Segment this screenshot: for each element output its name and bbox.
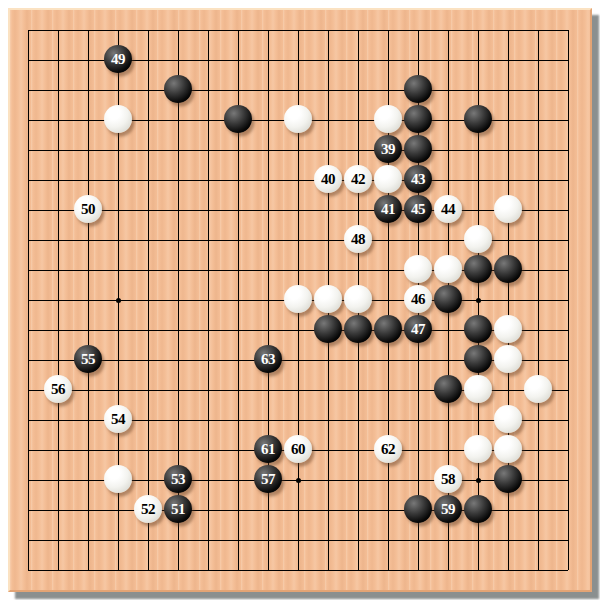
board-point[interactable] xyxy=(553,555,583,585)
board-point[interactable] xyxy=(103,225,133,255)
stone-black[interactable]: 55 xyxy=(74,345,102,373)
board-point[interactable] xyxy=(43,45,73,75)
board-point[interactable] xyxy=(403,345,433,375)
board-point[interactable] xyxy=(43,105,73,135)
stone-black[interactable]: 57 xyxy=(254,465,282,493)
board-point[interactable] xyxy=(313,75,343,105)
board-point[interactable] xyxy=(493,375,523,405)
board-point[interactable] xyxy=(73,105,103,135)
board-point[interactable] xyxy=(133,285,163,315)
board-point[interactable] xyxy=(13,135,43,165)
board-point[interactable] xyxy=(193,555,223,585)
stone-white[interactable] xyxy=(374,165,402,193)
board-point[interactable] xyxy=(313,225,343,255)
board-point[interactable] xyxy=(463,105,493,135)
board-point[interactable] xyxy=(223,225,253,255)
board-point[interactable] xyxy=(433,75,463,105)
stone-white[interactable]: 46 xyxy=(404,285,432,313)
board-point[interactable] xyxy=(403,225,433,255)
stone-black[interactable]: 61 xyxy=(254,435,282,463)
board-point[interactable] xyxy=(223,285,253,315)
board-point[interactable]: 43 xyxy=(403,165,433,195)
board-point[interactable] xyxy=(43,195,73,225)
board-point[interactable] xyxy=(223,405,253,435)
board-point[interactable] xyxy=(463,465,493,495)
board-point[interactable] xyxy=(133,465,163,495)
stone-black[interactable] xyxy=(374,315,402,343)
board-point[interactable] xyxy=(433,15,463,45)
board-point[interactable]: 60 xyxy=(283,435,313,465)
board-point[interactable] xyxy=(313,375,343,405)
board-point[interactable] xyxy=(523,525,553,555)
board-point[interactable] xyxy=(553,435,583,465)
board-point[interactable] xyxy=(403,405,433,435)
board-point[interactable] xyxy=(103,525,133,555)
board-point[interactable] xyxy=(373,165,403,195)
board-point[interactable] xyxy=(103,435,133,465)
board-point[interactable] xyxy=(463,255,493,285)
stone-white[interactable] xyxy=(374,105,402,133)
board-point[interactable] xyxy=(373,315,403,345)
stone-black[interactable] xyxy=(434,285,462,313)
board-point[interactable] xyxy=(43,255,73,285)
stone-white[interactable]: 56 xyxy=(44,375,72,403)
board-point[interactable] xyxy=(343,525,373,555)
board-point[interactable] xyxy=(463,75,493,105)
board-point[interactable] xyxy=(73,135,103,165)
stone-black[interactable]: 51 xyxy=(164,495,192,523)
board-point[interactable] xyxy=(343,315,373,345)
board-point[interactable] xyxy=(13,405,43,435)
board-point[interactable] xyxy=(163,285,193,315)
board-point[interactable] xyxy=(73,45,103,75)
board-point[interactable] xyxy=(553,285,583,315)
board-point[interactable] xyxy=(43,435,73,465)
board-point[interactable] xyxy=(163,195,193,225)
board-point[interactable] xyxy=(73,405,103,435)
stone-white[interactable]: 52 xyxy=(134,495,162,523)
board-point[interactable] xyxy=(103,75,133,105)
stone-black[interactable] xyxy=(404,495,432,523)
board-point[interactable] xyxy=(463,345,493,375)
stone-white[interactable] xyxy=(344,285,372,313)
stone-white[interactable]: 48 xyxy=(344,225,372,253)
board-point[interactable] xyxy=(73,555,103,585)
stone-black[interactable]: 43 xyxy=(404,165,432,193)
stone-white[interactable] xyxy=(494,195,522,223)
board-point[interactable] xyxy=(283,495,313,525)
board-point[interactable] xyxy=(553,45,583,75)
board-point[interactable] xyxy=(523,495,553,525)
board-point[interactable] xyxy=(253,15,283,45)
board-point[interactable] xyxy=(133,375,163,405)
board-point[interactable] xyxy=(313,255,343,285)
board-point[interactable] xyxy=(493,555,523,585)
board-point[interactable] xyxy=(43,465,73,495)
board-point[interactable]: 42 xyxy=(343,165,373,195)
board-point[interactable] xyxy=(163,255,193,285)
board-point[interactable]: 41 xyxy=(373,195,403,225)
board-point[interactable] xyxy=(253,405,283,435)
board-point[interactable] xyxy=(553,105,583,135)
board-point[interactable] xyxy=(73,495,103,525)
board-point[interactable] xyxy=(343,285,373,315)
board-point[interactable]: 49 xyxy=(103,45,133,75)
board-point[interactable] xyxy=(43,225,73,255)
board-point[interactable]: 57 xyxy=(253,465,283,495)
board-point[interactable] xyxy=(43,75,73,105)
board-point[interactable] xyxy=(283,45,313,75)
board-point[interactable] xyxy=(523,165,553,195)
board-point[interactable] xyxy=(313,555,343,585)
board-point[interactable] xyxy=(253,105,283,135)
stone-white[interactable] xyxy=(434,255,462,283)
board-point[interactable] xyxy=(43,285,73,315)
board-point[interactable] xyxy=(373,345,403,375)
board-point[interactable] xyxy=(223,105,253,135)
board-point[interactable] xyxy=(523,465,553,495)
board-point[interactable] xyxy=(343,15,373,45)
board-point[interactable] xyxy=(433,525,463,555)
stone-black[interactable]: 59 xyxy=(434,495,462,523)
board-point[interactable] xyxy=(463,525,493,555)
board-point[interactable] xyxy=(103,555,133,585)
board-point[interactable] xyxy=(133,45,163,75)
board-point[interactable] xyxy=(433,405,463,435)
board-point[interactable] xyxy=(493,345,523,375)
board-point[interactable] xyxy=(343,435,373,465)
board-point[interactable] xyxy=(223,495,253,525)
board-point[interactable] xyxy=(313,135,343,165)
board-point[interactable]: 54 xyxy=(103,405,133,435)
board-point[interactable] xyxy=(493,495,523,525)
stone-white[interactable] xyxy=(524,375,552,403)
board-point[interactable]: 56 xyxy=(43,375,73,405)
board-point[interactable] xyxy=(73,525,103,555)
board-point[interactable] xyxy=(253,195,283,225)
board-point[interactable] xyxy=(433,135,463,165)
board-point[interactable] xyxy=(253,285,283,315)
board-point[interactable] xyxy=(133,75,163,105)
board-point[interactable] xyxy=(13,105,43,135)
stone-white[interactable] xyxy=(314,285,342,313)
board-point[interactable] xyxy=(163,75,193,105)
board-point[interactable] xyxy=(433,45,463,75)
board-point[interactable] xyxy=(253,75,283,105)
board-point[interactable] xyxy=(223,165,253,195)
board-point[interactable] xyxy=(493,225,523,255)
board-point[interactable]: 62 xyxy=(373,435,403,465)
board-point[interactable] xyxy=(103,15,133,45)
board-point[interactable] xyxy=(163,555,193,585)
board-point[interactable] xyxy=(223,465,253,495)
board-point[interactable] xyxy=(463,285,493,315)
board-point[interactable] xyxy=(73,435,103,465)
board-point[interactable] xyxy=(163,225,193,255)
stone-white[interactable]: 60 xyxy=(284,435,312,463)
board-point[interactable]: 46 xyxy=(403,285,433,315)
board-point[interactable] xyxy=(313,495,343,525)
board-point[interactable] xyxy=(103,345,133,375)
board-point[interactable] xyxy=(73,255,103,285)
board-point[interactable] xyxy=(43,405,73,435)
board-point[interactable] xyxy=(223,345,253,375)
board-point[interactable] xyxy=(283,405,313,435)
board-point[interactable] xyxy=(403,45,433,75)
board-point[interactable] xyxy=(463,315,493,345)
board-point[interactable] xyxy=(73,375,103,405)
board-point[interactable] xyxy=(253,375,283,405)
board-point[interactable] xyxy=(523,75,553,105)
board-point[interactable] xyxy=(133,315,163,345)
board-point[interactable] xyxy=(133,255,163,285)
board-point[interactable] xyxy=(493,405,523,435)
stone-white[interactable] xyxy=(104,465,132,493)
board-point[interactable] xyxy=(463,135,493,165)
board-point[interactable] xyxy=(13,375,43,405)
board-point[interactable] xyxy=(253,135,283,165)
board-point[interactable] xyxy=(253,165,283,195)
board-point[interactable] xyxy=(433,225,463,255)
board-point[interactable] xyxy=(373,75,403,105)
board-point[interactable] xyxy=(133,555,163,585)
stone-white[interactable] xyxy=(464,435,492,463)
board-point[interactable] xyxy=(493,45,523,75)
board-point[interactable] xyxy=(373,105,403,135)
board-point[interactable] xyxy=(523,105,553,135)
stone-black[interactable]: 45 xyxy=(404,195,432,223)
board-point[interactable] xyxy=(103,375,133,405)
board-point[interactable] xyxy=(283,135,313,165)
board-point[interactable] xyxy=(223,45,253,75)
board-point[interactable] xyxy=(103,285,133,315)
board-point[interactable] xyxy=(283,315,313,345)
stone-white[interactable] xyxy=(494,345,522,373)
board-point[interactable] xyxy=(103,495,133,525)
board-point[interactable] xyxy=(223,315,253,345)
board-point[interactable] xyxy=(73,15,103,45)
board-point[interactable] xyxy=(373,285,403,315)
stone-white[interactable]: 62 xyxy=(374,435,402,463)
board-point[interactable] xyxy=(133,135,163,165)
board-point[interactable] xyxy=(463,195,493,225)
board-point[interactable] xyxy=(313,345,343,375)
board-point[interactable] xyxy=(43,525,73,555)
board-point[interactable] xyxy=(163,405,193,435)
board-point[interactable] xyxy=(523,405,553,435)
board-point[interactable] xyxy=(163,315,193,345)
board-point[interactable] xyxy=(103,105,133,135)
board-point[interactable] xyxy=(73,75,103,105)
board-point[interactable] xyxy=(163,435,193,465)
board-point[interactable] xyxy=(133,105,163,135)
board-point[interactable] xyxy=(493,75,523,105)
board-point[interactable] xyxy=(493,105,523,135)
board-point[interactable] xyxy=(133,15,163,45)
board-point[interactable] xyxy=(493,195,523,225)
board-point[interactable] xyxy=(523,285,553,315)
board-point[interactable] xyxy=(493,525,523,555)
board-point[interactable] xyxy=(193,45,223,75)
board-point[interactable] xyxy=(223,135,253,165)
board-point[interactable] xyxy=(553,75,583,105)
board-point[interactable] xyxy=(373,15,403,45)
board-point[interactable] xyxy=(103,135,133,165)
board-point[interactable] xyxy=(523,375,553,405)
board-point[interactable] xyxy=(103,165,133,195)
stone-black[interactable] xyxy=(434,375,462,403)
board-point[interactable] xyxy=(253,495,283,525)
stone-black[interactable]: 41 xyxy=(374,195,402,223)
board-point[interactable] xyxy=(343,465,373,495)
board-point[interactable] xyxy=(133,405,163,435)
board-point[interactable] xyxy=(193,225,223,255)
board-point[interactable] xyxy=(403,465,433,495)
board-point[interactable] xyxy=(463,435,493,465)
board-point[interactable] xyxy=(133,435,163,465)
stone-black[interactable] xyxy=(164,75,192,103)
board-point[interactable] xyxy=(43,495,73,525)
board-point[interactable] xyxy=(463,225,493,255)
board-point[interactable] xyxy=(13,315,43,345)
board-point[interactable] xyxy=(493,135,523,165)
board-point[interactable] xyxy=(343,345,373,375)
board-point[interactable] xyxy=(313,45,343,75)
board-point[interactable] xyxy=(373,405,403,435)
board-point[interactable] xyxy=(403,525,433,555)
board-point[interactable] xyxy=(313,435,343,465)
board-point[interactable] xyxy=(523,45,553,75)
board-point[interactable]: 61 xyxy=(253,435,283,465)
board-point[interactable] xyxy=(43,165,73,195)
board-point[interactable] xyxy=(133,195,163,225)
board-point[interactable] xyxy=(193,75,223,105)
board-point[interactable] xyxy=(433,555,463,585)
board-point[interactable] xyxy=(553,135,583,165)
stone-white[interactable]: 50 xyxy=(74,195,102,223)
board-point[interactable] xyxy=(403,375,433,405)
board-point[interactable] xyxy=(283,285,313,315)
board-point[interactable] xyxy=(463,375,493,405)
board-point[interactable] xyxy=(403,255,433,285)
board-point[interactable] xyxy=(553,255,583,285)
stone-white[interactable]: 42 xyxy=(344,165,372,193)
stone-black[interactable] xyxy=(464,345,492,373)
board-point[interactable] xyxy=(343,375,373,405)
board-point[interactable] xyxy=(193,375,223,405)
board-point[interactable] xyxy=(403,105,433,135)
stone-white[interactable]: 58 xyxy=(434,465,462,493)
board-point[interactable] xyxy=(373,375,403,405)
board-point[interactable] xyxy=(163,165,193,195)
board-point[interactable] xyxy=(223,375,253,405)
board-point[interactable] xyxy=(103,255,133,285)
stone-white[interactable] xyxy=(494,435,522,463)
board-point[interactable]: 44 xyxy=(433,195,463,225)
board-point[interactable] xyxy=(73,225,103,255)
board-point[interactable] xyxy=(373,465,403,495)
stone-black[interactable] xyxy=(494,255,522,283)
board-point[interactable] xyxy=(283,345,313,375)
board-point[interactable] xyxy=(163,105,193,135)
board-point[interactable] xyxy=(553,375,583,405)
board-point[interactable] xyxy=(223,75,253,105)
board-point[interactable] xyxy=(553,345,583,375)
stone-black[interactable] xyxy=(404,105,432,133)
board-point[interactable]: 55 xyxy=(73,345,103,375)
board-point[interactable] xyxy=(13,495,43,525)
board-point[interactable] xyxy=(43,345,73,375)
board-point[interactable] xyxy=(493,255,523,285)
board-point[interactable] xyxy=(433,255,463,285)
board-point[interactable] xyxy=(283,195,313,225)
board-point[interactable] xyxy=(193,345,223,375)
board-point[interactable] xyxy=(73,465,103,495)
board-point[interactable] xyxy=(343,195,373,225)
board-point[interactable] xyxy=(13,435,43,465)
board-point[interactable] xyxy=(43,135,73,165)
board-point[interactable] xyxy=(313,105,343,135)
board-point[interactable] xyxy=(403,495,433,525)
board-point[interactable] xyxy=(133,225,163,255)
board-point[interactable] xyxy=(103,195,133,225)
board-point[interactable] xyxy=(193,105,223,135)
stone-black[interactable] xyxy=(464,105,492,133)
board-point[interactable]: 47 xyxy=(403,315,433,345)
board-point[interactable] xyxy=(163,135,193,165)
board-point[interactable]: 48 xyxy=(343,225,373,255)
board-point[interactable] xyxy=(343,135,373,165)
board-point[interactable] xyxy=(463,405,493,435)
board-point[interactable] xyxy=(553,525,583,555)
board-point[interactable] xyxy=(13,225,43,255)
board-point[interactable] xyxy=(553,465,583,495)
board-point[interactable] xyxy=(73,315,103,345)
stone-white[interactable] xyxy=(284,285,312,313)
board-point[interactable] xyxy=(193,525,223,555)
board-point[interactable] xyxy=(313,195,343,225)
board-point[interactable] xyxy=(493,465,523,495)
board-point[interactable] xyxy=(343,105,373,135)
board-point[interactable] xyxy=(373,255,403,285)
board-point[interactable] xyxy=(43,15,73,45)
stone-black[interactable] xyxy=(494,465,522,493)
stone-black[interactable] xyxy=(464,255,492,283)
board-point[interactable] xyxy=(553,165,583,195)
board-point[interactable] xyxy=(193,195,223,225)
stone-white[interactable] xyxy=(404,255,432,283)
board-point[interactable] xyxy=(523,225,553,255)
board-point[interactable] xyxy=(283,165,313,195)
board-point[interactable]: 52 xyxy=(133,495,163,525)
board-point[interactable]: 51 xyxy=(163,495,193,525)
board-point[interactable] xyxy=(193,285,223,315)
board-point[interactable] xyxy=(553,225,583,255)
stone-white[interactable]: 40 xyxy=(314,165,342,193)
board-point[interactable] xyxy=(253,45,283,75)
board-point[interactable] xyxy=(433,165,463,195)
stone-black[interactable] xyxy=(464,315,492,343)
board-point[interactable] xyxy=(193,435,223,465)
board-point[interactable] xyxy=(523,15,553,45)
board-point[interactable] xyxy=(373,555,403,585)
board-point[interactable]: 53 xyxy=(163,465,193,495)
board-point[interactable] xyxy=(373,45,403,75)
board-point[interactable] xyxy=(193,135,223,165)
board-point[interactable] xyxy=(313,315,343,345)
board-point[interactable] xyxy=(193,495,223,525)
board-point[interactable] xyxy=(163,525,193,555)
